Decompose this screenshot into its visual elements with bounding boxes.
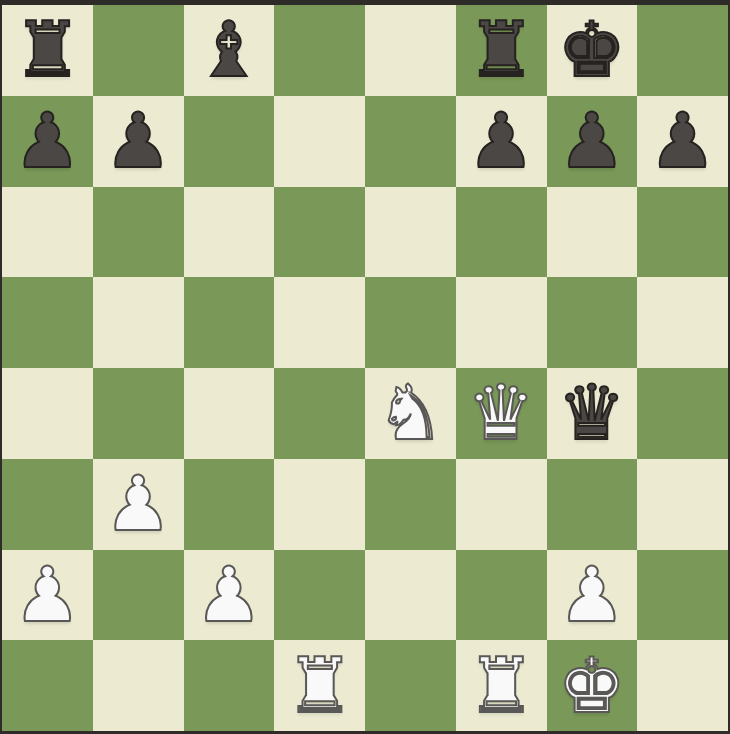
black-pawn[interactable]: ♟ <box>104 103 172 179</box>
black-pawn[interactable]: ♟ <box>467 103 535 179</box>
black-pawn[interactable]: ♟ <box>558 103 626 179</box>
square-c4[interactable] <box>184 368 275 459</box>
square-d6[interactable] <box>274 187 365 278</box>
square-h2[interactable] <box>637 550 728 641</box>
black-pawn[interactable]: ♟ <box>13 103 81 179</box>
square-h1[interactable] <box>637 640 728 731</box>
black-king[interactable]: ♚ <box>558 12 626 88</box>
white-king[interactable]: ♚ <box>558 648 626 724</box>
square-f4[interactable]: ♛ <box>456 368 547 459</box>
square-d8[interactable] <box>274 5 365 96</box>
square-f5[interactable] <box>456 277 547 368</box>
square-c7[interactable] <box>184 96 275 187</box>
square-h8[interactable] <box>637 5 728 96</box>
square-e8[interactable] <box>365 5 456 96</box>
square-f3[interactable] <box>456 459 547 550</box>
square-e3[interactable] <box>365 459 456 550</box>
square-h4[interactable] <box>637 368 728 459</box>
square-b7[interactable]: ♟ <box>93 96 184 187</box>
square-f8[interactable]: ♜ <box>456 5 547 96</box>
square-a3[interactable] <box>2 459 93 550</box>
square-g8[interactable]: ♚ <box>547 5 638 96</box>
square-c8[interactable]: ♝ <box>184 5 275 96</box>
chess-board: ♜♝♜♚♟♟♟♟♟♞♛♛♟♟♟♟♜♜♚ <box>2 5 728 731</box>
white-queen[interactable]: ♛ <box>467 375 535 451</box>
white-rook[interactable]: ♜ <box>467 648 535 724</box>
white-knight[interactable]: ♞ <box>376 375 444 451</box>
square-c5[interactable] <box>184 277 275 368</box>
square-g6[interactable] <box>547 187 638 278</box>
square-d5[interactable] <box>274 277 365 368</box>
square-b1[interactable] <box>93 640 184 731</box>
black-queen[interactable]: ♛ <box>558 375 626 451</box>
board-frame: ♜♝♜♚♟♟♟♟♟♞♛♛♟♟♟♟♜♜♚ <box>0 0 730 734</box>
square-g3[interactable] <box>547 459 638 550</box>
square-c3[interactable] <box>184 459 275 550</box>
square-a7[interactable]: ♟ <box>2 96 93 187</box>
square-b8[interactable] <box>93 5 184 96</box>
white-pawn[interactable]: ♟ <box>104 466 172 542</box>
square-a5[interactable] <box>2 277 93 368</box>
square-e2[interactable] <box>365 550 456 641</box>
square-b3[interactable]: ♟ <box>93 459 184 550</box>
square-b5[interactable] <box>93 277 184 368</box>
square-h3[interactable] <box>637 459 728 550</box>
square-g1[interactable]: ♚ <box>547 640 638 731</box>
black-rook[interactable]: ♜ <box>467 12 535 88</box>
square-d4[interactable] <box>274 368 365 459</box>
square-f2[interactable] <box>456 550 547 641</box>
square-g5[interactable] <box>547 277 638 368</box>
white-pawn[interactable]: ♟ <box>13 557 81 633</box>
square-e6[interactable] <box>365 187 456 278</box>
square-h7[interactable]: ♟ <box>637 96 728 187</box>
square-c1[interactable] <box>184 640 275 731</box>
square-f1[interactable]: ♜ <box>456 640 547 731</box>
square-a6[interactable] <box>2 187 93 278</box>
square-f6[interactable] <box>456 187 547 278</box>
square-c2[interactable]: ♟ <box>184 550 275 641</box>
black-pawn[interactable]: ♟ <box>649 103 717 179</box>
square-h5[interactable] <box>637 277 728 368</box>
square-a1[interactable] <box>2 640 93 731</box>
square-e1[interactable] <box>365 640 456 731</box>
square-b6[interactable] <box>93 187 184 278</box>
square-b4[interactable] <box>93 368 184 459</box>
square-e7[interactable] <box>365 96 456 187</box>
square-b2[interactable] <box>93 550 184 641</box>
square-d2[interactable] <box>274 550 365 641</box>
white-pawn[interactable]: ♟ <box>558 557 626 633</box>
square-d7[interactable] <box>274 96 365 187</box>
square-g4[interactable]: ♛ <box>547 368 638 459</box>
square-g2[interactable]: ♟ <box>547 550 638 641</box>
square-d3[interactable] <box>274 459 365 550</box>
square-g7[interactable]: ♟ <box>547 96 638 187</box>
square-d1[interactable]: ♜ <box>274 640 365 731</box>
square-a2[interactable]: ♟ <box>2 550 93 641</box>
square-c6[interactable] <box>184 187 275 278</box>
square-h6[interactable] <box>637 187 728 278</box>
black-bishop[interactable]: ♝ <box>195 12 263 88</box>
square-a4[interactable] <box>2 368 93 459</box>
white-pawn[interactable]: ♟ <box>195 557 263 633</box>
black-rook[interactable]: ♜ <box>13 12 81 88</box>
square-e4[interactable]: ♞ <box>365 368 456 459</box>
square-a8[interactable]: ♜ <box>2 5 93 96</box>
square-e5[interactable] <box>365 277 456 368</box>
white-rook[interactable]: ♜ <box>286 648 354 724</box>
square-f7[interactable]: ♟ <box>456 96 547 187</box>
